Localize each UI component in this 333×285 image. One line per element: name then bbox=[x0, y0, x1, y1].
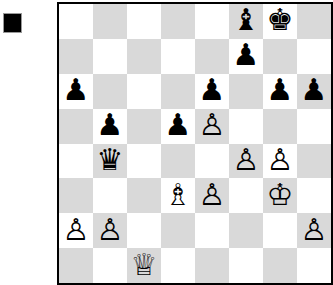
square-d7[interactable] bbox=[161, 39, 195, 74]
square-d8[interactable] bbox=[161, 4, 195, 39]
square-f1[interactable] bbox=[229, 248, 263, 283]
square-g4[interactable]: ♙ bbox=[263, 144, 297, 179]
square-d5[interactable]: ♟ bbox=[161, 109, 195, 144]
square-b1[interactable] bbox=[93, 248, 127, 283]
square-b7[interactable] bbox=[93, 39, 127, 74]
white-king-icon: ♔ bbox=[267, 180, 294, 210]
square-e4[interactable] bbox=[195, 144, 229, 179]
square-f7[interactable]: ♟ bbox=[229, 39, 263, 74]
white-pawn-icon: ♙ bbox=[199, 180, 226, 210]
black-pawn-icon: ♟ bbox=[233, 40, 260, 70]
white-pawn-icon: ♙ bbox=[233, 145, 260, 175]
square-h5[interactable] bbox=[297, 109, 331, 144]
square-a5[interactable] bbox=[59, 109, 93, 144]
black-pawn-icon: ♟ bbox=[267, 75, 294, 105]
square-c3[interactable] bbox=[127, 178, 161, 213]
white-pawn-icon: ♙ bbox=[199, 110, 226, 140]
square-f3[interactable] bbox=[229, 178, 263, 213]
square-h7[interactable] bbox=[297, 39, 331, 74]
square-f2[interactable] bbox=[229, 213, 263, 248]
square-g7[interactable] bbox=[263, 39, 297, 74]
square-f4[interactable]: ♙ bbox=[229, 144, 263, 179]
square-e1[interactable] bbox=[195, 248, 229, 283]
square-a1[interactable] bbox=[59, 248, 93, 283]
white-pawn-icon: ♙ bbox=[301, 215, 328, 245]
square-h8[interactable] bbox=[297, 4, 331, 39]
white-bishop-icon: ♗ bbox=[165, 180, 192, 210]
square-f8[interactable]: ♝ bbox=[229, 4, 263, 39]
square-b5[interactable]: ♟ bbox=[93, 109, 127, 144]
square-e2[interactable] bbox=[195, 213, 229, 248]
black-bishop-icon: ♝ bbox=[233, 5, 260, 35]
square-b8[interactable] bbox=[93, 4, 127, 39]
square-a6[interactable]: ♟ bbox=[59, 74, 93, 109]
square-c7[interactable] bbox=[127, 39, 161, 74]
square-e6[interactable]: ♟ bbox=[195, 74, 229, 109]
square-c8[interactable] bbox=[127, 4, 161, 39]
black-pawn-icon: ♟ bbox=[63, 75, 90, 105]
square-g3[interactable]: ♔ bbox=[263, 178, 297, 213]
chess-board: ♝♚♟♟♟♟♟♟♟♙♛♙♙♗♙♔♙♙♙♕ bbox=[57, 2, 333, 285]
black-pawn-icon: ♟ bbox=[165, 110, 192, 140]
square-a3[interactable] bbox=[59, 178, 93, 213]
square-h1[interactable] bbox=[297, 248, 331, 283]
square-b3[interactable] bbox=[93, 178, 127, 213]
square-g5[interactable] bbox=[263, 109, 297, 144]
square-f5[interactable] bbox=[229, 109, 263, 144]
chess-diagram: ♝♚♟♟♟♟♟♟♟♙♛♙♙♗♙♔♙♙♙♕ bbox=[0, 0, 333, 285]
square-c6[interactable] bbox=[127, 74, 161, 109]
black-pawn-icon: ♟ bbox=[301, 75, 328, 105]
square-d2[interactable] bbox=[161, 213, 195, 248]
square-f6[interactable] bbox=[229, 74, 263, 109]
square-d3[interactable]: ♗ bbox=[161, 178, 195, 213]
square-h4[interactable] bbox=[297, 144, 331, 179]
square-a8[interactable] bbox=[59, 4, 93, 39]
black-king-icon: ♚ bbox=[267, 5, 294, 35]
square-g8[interactable]: ♚ bbox=[263, 4, 297, 39]
white-pawn-icon: ♙ bbox=[63, 215, 90, 245]
white-queen-icon: ♕ bbox=[131, 250, 158, 280]
square-c4[interactable] bbox=[127, 144, 161, 179]
square-h6[interactable]: ♟ bbox=[297, 74, 331, 109]
square-b4[interactable]: ♛ bbox=[93, 144, 127, 179]
black-to-move-indicator bbox=[3, 13, 22, 33]
black-pawn-icon: ♟ bbox=[97, 110, 124, 140]
square-e3[interactable]: ♙ bbox=[195, 178, 229, 213]
white-pawn-icon: ♙ bbox=[97, 215, 124, 245]
square-a4[interactable] bbox=[59, 144, 93, 179]
square-h3[interactable] bbox=[297, 178, 331, 213]
square-d6[interactable] bbox=[161, 74, 195, 109]
square-b2[interactable]: ♙ bbox=[93, 213, 127, 248]
square-g6[interactable]: ♟ bbox=[263, 74, 297, 109]
square-d1[interactable] bbox=[161, 248, 195, 283]
square-e7[interactable] bbox=[195, 39, 229, 74]
square-d4[interactable] bbox=[161, 144, 195, 179]
square-e5[interactable]: ♙ bbox=[195, 109, 229, 144]
square-h2[interactable]: ♙ bbox=[297, 213, 331, 248]
square-b6[interactable] bbox=[93, 74, 127, 109]
square-g1[interactable] bbox=[263, 248, 297, 283]
square-c5[interactable] bbox=[127, 109, 161, 144]
square-c2[interactable] bbox=[127, 213, 161, 248]
square-a2[interactable]: ♙ bbox=[59, 213, 93, 248]
square-a7[interactable] bbox=[59, 39, 93, 74]
white-pawn-icon: ♙ bbox=[267, 145, 294, 175]
square-c1[interactable]: ♕ bbox=[127, 248, 161, 283]
square-e8[interactable] bbox=[195, 4, 229, 39]
black-queen-icon: ♛ bbox=[97, 145, 124, 175]
square-g2[interactable] bbox=[263, 213, 297, 248]
black-pawn-icon: ♟ bbox=[199, 75, 226, 105]
